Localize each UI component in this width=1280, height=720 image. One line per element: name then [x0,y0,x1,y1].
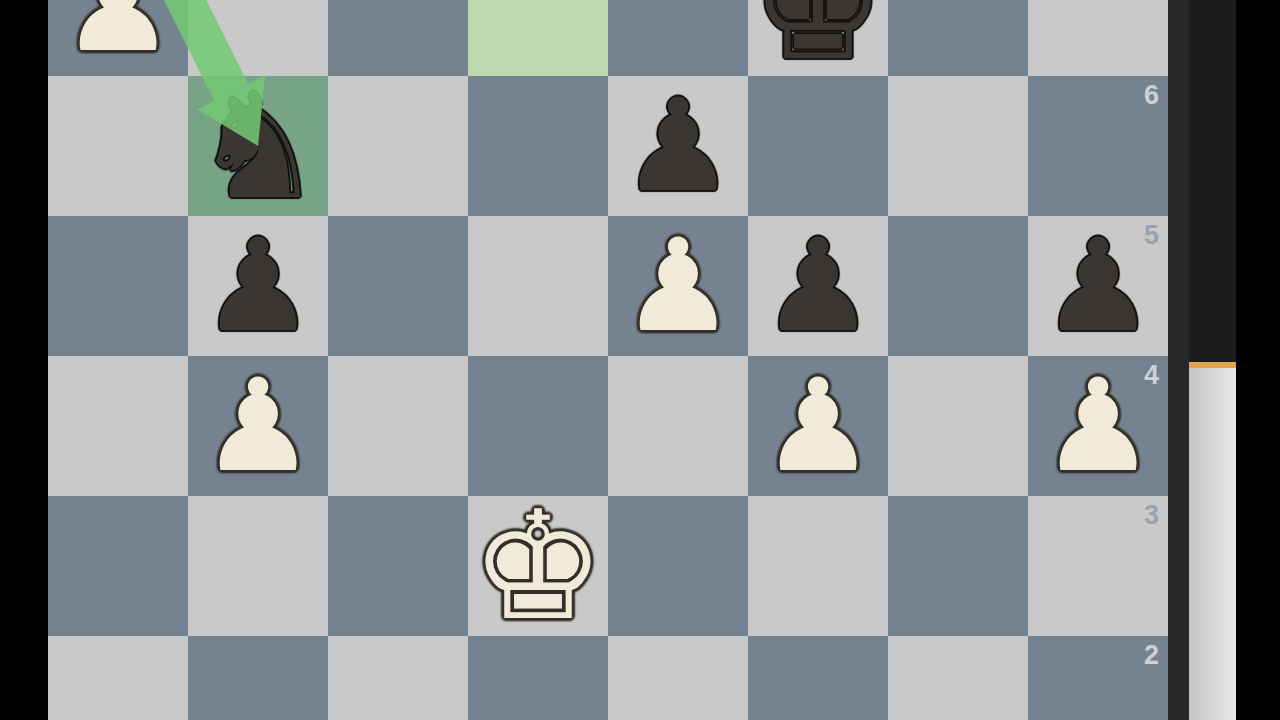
square-h3[interactable]: 3 [1028,496,1168,636]
white-pawn-e5[interactable]: ♟ [621,222,736,350]
square-g5[interactable] [888,216,1028,356]
square-e2[interactable] [608,636,748,720]
white-pawn-a7[interactable]: ♟ [61,0,176,70]
square-e4[interactable] [608,356,748,496]
square-f5[interactable]: ♟ [748,216,888,356]
white-pawn-h4[interactable]: ♟ [1041,362,1156,490]
square-d3[interactable]: ♚ [468,496,608,636]
square-e6[interactable]: ♟ [608,76,748,216]
black-pawn-e6[interactable]: ♟ [621,82,736,210]
square-h5[interactable]: ♟5 [1028,216,1168,356]
app-background: ♟♚♞♟6♟♟♟♟5♟♟♟4♚32 [0,0,1280,720]
square-c5[interactable] [328,216,468,356]
square-b3[interactable] [188,496,328,636]
square-a3[interactable] [48,496,188,636]
side-panel-light-area [1189,368,1236,720]
square-b6[interactable]: ♞ [188,76,328,216]
square-h6[interactable]: 6 [1028,76,1168,216]
white-king-d3[interactable]: ♚ [471,491,605,641]
square-d5[interactable] [468,216,608,356]
square-c2[interactable] [328,636,468,720]
square-b2[interactable] [188,636,328,720]
black-knight-b6[interactable]: ♞ [193,73,324,219]
black-pawn-f5[interactable]: ♟ [761,222,876,350]
square-a4[interactable] [48,356,188,496]
black-pawn-h5[interactable]: ♟ [1041,222,1156,350]
square-e3[interactable] [608,496,748,636]
white-pawn-f4[interactable]: ♟ [761,362,876,490]
square-h2[interactable]: 2 [1028,636,1168,720]
square-f4[interactable]: ♟ [748,356,888,496]
square-g6[interactable] [888,76,1028,216]
square-f6[interactable] [748,76,888,216]
square-c3[interactable] [328,496,468,636]
square-c4[interactable] [328,356,468,496]
square-c6[interactable] [328,76,468,216]
square-d2[interactable] [468,636,608,720]
square-h7[interactable] [1028,0,1168,76]
board-edge-strip [1168,0,1189,720]
square-e7[interactable] [608,0,748,76]
chess-board: ♟♚♞♟6♟♟♟♟5♟♟♟4♚32 [48,0,1168,720]
square-e5[interactable]: ♟ [608,216,748,356]
square-g2[interactable] [888,636,1028,720]
square-d7[interactable] [468,0,608,76]
square-c7[interactable] [328,0,468,76]
white-pawn-b4[interactable]: ♟ [201,362,316,490]
rank-label-2: 2 [1144,642,1159,669]
square-b5[interactable]: ♟ [188,216,328,356]
side-panel [1189,0,1236,720]
square-d4[interactable] [468,356,608,496]
square-f3[interactable] [748,496,888,636]
square-h4[interactable]: ♟4 [1028,356,1168,496]
square-g3[interactable] [888,496,1028,636]
square-a6[interactable] [48,76,188,216]
square-a2[interactable] [48,636,188,720]
square-g7[interactable] [888,0,1028,76]
square-f2[interactable] [748,636,888,720]
square-b4[interactable]: ♟ [188,356,328,496]
rank-label-3: 3 [1144,502,1159,529]
rank-label-5: 5 [1144,222,1159,249]
black-pawn-b5[interactable]: ♟ [201,222,316,350]
square-d6[interactable] [468,76,608,216]
rank-label-6: 6 [1144,82,1159,109]
black-king-f7[interactable]: ♚ [751,0,885,81]
rank-label-4: 4 [1144,362,1159,389]
square-g4[interactable] [888,356,1028,496]
square-a7[interactable]: ♟ [48,0,188,76]
side-panel-dark-area [1189,0,1236,362]
square-f7[interactable]: ♚ [748,0,888,76]
square-a5[interactable] [48,216,188,356]
